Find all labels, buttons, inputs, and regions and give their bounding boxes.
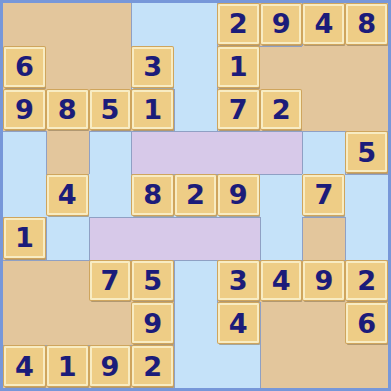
- cell-r1c1[interactable]: [3, 3, 46, 46]
- tile-digit: 5: [143, 267, 162, 294]
- tile-digit: 7: [101, 267, 120, 294]
- number-tile-r5c4[interactable]: 8: [132, 175, 173, 215]
- tile-digit: 8: [357, 10, 376, 37]
- tile-digit: 8: [143, 181, 162, 208]
- cell-r9c3[interactable]: 9: [89, 345, 132, 388]
- cell-r3c6[interactable]: 7: [217, 89, 260, 132]
- cell-r2c9[interactable]: [345, 46, 388, 89]
- cell-r2c5[interactable]: [174, 46, 217, 89]
- cell-r7c7[interactable]: 4: [260, 260, 303, 303]
- cell-r3c4[interactable]: 1: [131, 89, 174, 132]
- number-tile-r1c8[interactable]: 4: [303, 4, 344, 44]
- cell-r5c4[interactable]: 8: [131, 174, 174, 217]
- cell-r3c3[interactable]: 5: [89, 89, 132, 132]
- number-tile-r5c5[interactable]: 2: [175, 175, 216, 215]
- number-tile-r9c3[interactable]: 9: [90, 346, 131, 386]
- cell-r9c4[interactable]: 2: [131, 345, 174, 388]
- number-tile-r4c9[interactable]: 5: [346, 132, 387, 172]
- cell-r2c4[interactable]: 3: [131, 46, 174, 89]
- number-tile-r7c9[interactable]: 2: [346, 261, 387, 301]
- number-tile-r1c7[interactable]: 9: [261, 4, 302, 44]
- number-tile-r3c2[interactable]: 8: [47, 90, 88, 130]
- tile-digit: 9: [101, 353, 120, 380]
- cell-r9c7[interactable]: [260, 345, 303, 388]
- cell-r5c5[interactable]: 2: [174, 174, 217, 217]
- tile-digit: 1: [58, 353, 77, 380]
- cell-r7c8[interactable]: 9: [302, 260, 345, 303]
- cell-r8c1[interactable]: [3, 302, 46, 345]
- tile-digit: 6: [15, 53, 34, 80]
- tile-digit: 1: [229, 53, 248, 80]
- cell-r1c2[interactable]: [46, 3, 89, 46]
- cell-r2c3[interactable]: [89, 46, 132, 89]
- cell-r2c6[interactable]: 1: [217, 46, 260, 89]
- tile-digit: 4: [58, 181, 77, 208]
- number-tile-r9c4[interactable]: 2: [132, 346, 173, 386]
- cell-r8c4[interactable]: 9: [131, 302, 174, 345]
- tile-digit: 4: [314, 10, 333, 37]
- cell-r1c6[interactable]: 2: [217, 3, 260, 46]
- cell-r4c2[interactable]: [46, 131, 89, 174]
- cell-r8c3[interactable]: [89, 302, 132, 345]
- tile-digit: 9: [143, 310, 162, 337]
- cell-r7c6[interactable]: 3: [217, 260, 260, 303]
- cell-r6c7[interactable]: [260, 217, 303, 260]
- number-tile-r3c7[interactable]: 2: [261, 90, 302, 130]
- cell-r9c2[interactable]: 1: [46, 345, 89, 388]
- number-tile-r8c4[interactable]: 9: [132, 303, 173, 343]
- cell-r8c7[interactable]: [260, 302, 303, 345]
- number-tile-r7c7[interactable]: 4: [261, 261, 302, 301]
- cell-r1c3[interactable]: [89, 3, 132, 46]
- cell-r4c5[interactable]: [174, 131, 217, 174]
- cell-r7c1[interactable]: [3, 260, 46, 303]
- cell-r5c7[interactable]: [260, 174, 303, 217]
- number-tile-r7c6[interactable]: 3: [218, 261, 259, 301]
- tile-digit: 5: [357, 139, 376, 166]
- cell-r1c5[interactable]: [174, 3, 217, 46]
- number-tile-r5c8[interactable]: 7: [303, 175, 344, 215]
- cell-r7c2[interactable]: [46, 260, 89, 303]
- cell-r4c9[interactable]: 5: [345, 131, 388, 174]
- cell-r3c1[interactable]: 9: [3, 89, 46, 132]
- number-tile-r3c3[interactable]: 5: [90, 90, 131, 130]
- cell-r1c8[interactable]: 4: [302, 3, 345, 46]
- tile-digit: 3: [229, 267, 248, 294]
- tile-digit: 5: [101, 96, 120, 123]
- cell-r9c5[interactable]: [174, 345, 217, 388]
- cell-r2c8[interactable]: [302, 46, 345, 89]
- cell-r8c5[interactable]: [174, 302, 217, 345]
- cell-r6c9[interactable]: [345, 217, 388, 260]
- cell-r3c5[interactable]: [174, 89, 217, 132]
- cell-r4c8[interactable]: [302, 131, 345, 174]
- number-tile-r7c3[interactable]: 7: [90, 261, 131, 301]
- tile-digit: 9: [272, 10, 291, 37]
- number-tile-r1c6[interactable]: 2: [218, 4, 259, 44]
- cell-r1c9[interactable]: 8: [345, 3, 388, 46]
- tile-digit: 2: [143, 353, 162, 380]
- cell-r9c8[interactable]: [302, 345, 345, 388]
- tile-digit: 9: [314, 267, 333, 294]
- number-tile-r5c2[interactable]: 4: [47, 175, 88, 215]
- cell-r5c2[interactable]: 4: [46, 174, 89, 217]
- cell-r5c8[interactable]: 7: [302, 174, 345, 217]
- cell-r5c1[interactable]: [3, 174, 46, 217]
- cell-r6c2[interactable]: [46, 217, 89, 260]
- number-tile-r2c6[interactable]: 1: [218, 47, 259, 87]
- tile-digit: 9: [15, 96, 34, 123]
- cell-r4c3[interactable]: [89, 131, 132, 174]
- tile-digit: 7: [314, 181, 333, 208]
- puzzle-board: 294863198517254829717534929464192: [0, 0, 391, 391]
- number-tile-r8c9[interactable]: 6: [346, 303, 387, 343]
- tile-digit: 7: [229, 96, 248, 123]
- cell-r7c5[interactable]: [174, 260, 217, 303]
- tile-digit: 4: [272, 267, 291, 294]
- cell-r8c9[interactable]: 6: [345, 302, 388, 345]
- cell-r8c6[interactable]: 4: [217, 302, 260, 345]
- number-tile-r9c1[interactable]: 4: [4, 346, 45, 386]
- number-tile-r6c1[interactable]: 1: [4, 218, 45, 258]
- cell-r4c4[interactable]: [131, 131, 174, 174]
- tile-digit: 3: [143, 53, 162, 80]
- number-tile-r2c4[interactable]: 3: [132, 47, 173, 87]
- cell-r2c7[interactable]: [260, 46, 303, 89]
- cell-r4c6[interactable]: [217, 131, 260, 174]
- cell-r1c4[interactable]: [131, 3, 174, 46]
- cell-r6c3[interactable]: [89, 217, 132, 260]
- number-tile-r1c9[interactable]: 8: [346, 4, 387, 44]
- cell-r7c9[interactable]: 2: [345, 260, 388, 303]
- number-tile-r9c2[interactable]: 1: [47, 346, 88, 386]
- tile-digit: 8: [58, 96, 77, 123]
- tile-digit: 2: [186, 181, 205, 208]
- tile-digit: 1: [15, 224, 34, 251]
- cell-r5c9[interactable]: [345, 174, 388, 217]
- tile-digit: 2: [357, 267, 376, 294]
- cell-r6c1[interactable]: 1: [3, 217, 46, 260]
- number-tile-r8c6[interactable]: 4: [218, 303, 259, 343]
- cell-r5c6[interactable]: 9: [217, 174, 260, 217]
- number-tile-r7c8[interactable]: 9: [303, 261, 344, 301]
- cell-r5c3[interactable]: [89, 174, 132, 217]
- tile-digit: 2: [272, 96, 291, 123]
- cell-r8c8[interactable]: [302, 302, 345, 345]
- number-tile-r7c4[interactable]: 5: [132, 261, 173, 301]
- tile-digit: 6: [357, 310, 376, 337]
- cell-r6c6[interactable]: [217, 217, 260, 260]
- tile-digit: 2: [229, 10, 248, 37]
- number-tile-r2c1[interactable]: 6: [4, 47, 45, 87]
- cell-r6c8[interactable]: [302, 217, 345, 260]
- cell-r3c9[interactable]: [345, 89, 388, 132]
- cell-r3c7[interactable]: 2: [260, 89, 303, 132]
- cell-r1c7[interactable]: 9: [260, 3, 303, 46]
- cell-r9c1[interactable]: 4: [3, 345, 46, 388]
- cell-r6c5[interactable]: [174, 217, 217, 260]
- tile-digit: 4: [15, 353, 34, 380]
- tile-digit: 1: [143, 96, 162, 123]
- cell-r2c1[interactable]: 6: [3, 46, 46, 89]
- number-tile-r3c1[interactable]: 9: [4, 90, 45, 130]
- cell-r9c9[interactable]: [345, 345, 388, 388]
- cell-r7c4[interactable]: 5: [131, 260, 174, 303]
- cell-r2c2[interactable]: [46, 46, 89, 89]
- number-tile-r5c6[interactable]: 9: [218, 175, 259, 215]
- number-tile-r3c4[interactable]: 1: [132, 90, 173, 130]
- number-tile-r3c6[interactable]: 7: [218, 90, 259, 130]
- cell-r8c2[interactable]: [46, 302, 89, 345]
- tile-digit: 4: [229, 310, 248, 337]
- cell-r9c6[interactable]: [217, 345, 260, 388]
- cell-r6c4[interactable]: [131, 217, 174, 260]
- cell-r7c3[interactable]: 7: [89, 260, 132, 303]
- cell-r3c8[interactable]: [302, 89, 345, 132]
- cell-r4c1[interactable]: [3, 131, 46, 174]
- cell-r3c2[interactable]: 8: [46, 89, 89, 132]
- tile-digit: 9: [229, 181, 248, 208]
- cell-r4c7[interactable]: [260, 131, 303, 174]
